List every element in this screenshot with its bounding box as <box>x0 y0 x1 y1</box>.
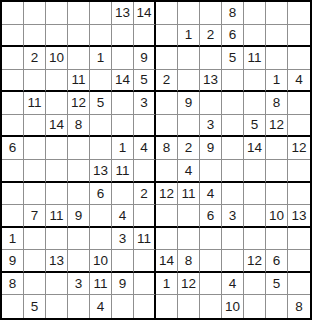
cell-r10c2: 7 <box>24 205 46 228</box>
cell-r4c5[interactable] <box>90 70 112 93</box>
cell-r11c12[interactable] <box>244 228 266 251</box>
cell-r5c11[interactable] <box>222 92 244 115</box>
cell-r6c13: 12 <box>266 115 288 138</box>
cell-r14c10[interactable] <box>200 295 222 318</box>
cell-r3c12: 11 <box>244 47 266 70</box>
cell-r1c3[interactable] <box>46 2 68 25</box>
cell-r14c5: 4 <box>90 295 112 318</box>
cell-r1c5[interactable] <box>90 2 112 25</box>
cell-r7c14: 12 <box>288 137 310 160</box>
cell-r10c10: 6 <box>200 205 222 228</box>
cell-r11c9[interactable] <box>178 228 200 251</box>
cell-r4c14: 4 <box>288 70 310 93</box>
cell-r2c14[interactable] <box>288 25 310 48</box>
cell-r9c1[interactable] <box>2 183 24 206</box>
cell-r4c3[interactable] <box>46 70 68 93</box>
cell-r13c14[interactable] <box>288 273 310 296</box>
cell-r2c12[interactable] <box>244 25 266 48</box>
cell-r10c8[interactable] <box>156 205 178 228</box>
cell-r10c6: 4 <box>112 205 134 228</box>
cell-r9c9: 11 <box>178 183 200 206</box>
cell-r4c8: 2 <box>156 70 178 93</box>
cell-r5c6[interactable] <box>112 92 134 115</box>
cell-r14c11: 10 <box>222 295 244 318</box>
cell-r4c7: 5 <box>134 70 156 93</box>
cell-r13c6: 9 <box>112 273 134 296</box>
cell-r8c1[interactable] <box>2 160 24 183</box>
cell-r7c6: 1 <box>112 137 134 160</box>
cell-r10c3: 11 <box>46 205 68 228</box>
cell-r5c5: 5 <box>90 92 112 115</box>
cell-r1c8[interactable] <box>156 2 178 25</box>
cell-r5c1[interactable] <box>2 92 24 115</box>
cell-r2c5[interactable] <box>90 25 112 48</box>
cell-r10c4: 9 <box>68 205 90 228</box>
cell-r14c6[interactable] <box>112 295 134 318</box>
cell-r2c3[interactable] <box>46 25 68 48</box>
cell-r5c9: 9 <box>178 92 200 115</box>
cell-r3c10[interactable] <box>200 47 222 70</box>
cell-r1c9[interactable] <box>178 2 200 25</box>
cell-r11c10[interactable] <box>200 228 222 251</box>
cell-r9c8: 12 <box>156 183 178 206</box>
cell-r14c4[interactable] <box>68 295 90 318</box>
cell-r5c12[interactable] <box>244 92 266 115</box>
cell-r7c1: 6 <box>2 137 24 160</box>
cell-r13c3[interactable] <box>46 273 68 296</box>
cell-r8c2[interactable] <box>24 160 46 183</box>
cell-r14c7[interactable] <box>134 295 156 318</box>
cell-r13c1: 8 <box>2 273 24 296</box>
cell-r4c6: 14 <box>112 70 134 93</box>
cell-r11c14[interactable] <box>288 228 310 251</box>
cell-r2c2[interactable] <box>24 25 46 48</box>
cell-r8c8[interactable] <box>156 160 178 183</box>
cell-r12c8: 14 <box>156 250 178 273</box>
cell-r2c9: 1 <box>178 25 200 48</box>
cell-r8c13[interactable] <box>266 160 288 183</box>
cell-r10c11: 3 <box>222 205 244 228</box>
cell-r14c1[interactable] <box>2 295 24 318</box>
cell-r3c6[interactable] <box>112 47 134 70</box>
cell-r1c11: 8 <box>222 2 244 25</box>
cell-r10c14: 13 <box>288 205 310 228</box>
cell-r12c5: 10 <box>90 250 112 273</box>
cell-r5c2: 11 <box>24 92 46 115</box>
cell-r14c9[interactable] <box>178 295 200 318</box>
cell-r11c2[interactable] <box>24 228 46 251</box>
cell-r11c7: 11 <box>134 228 156 251</box>
cell-r1c7: 14 <box>134 2 156 25</box>
cell-r6c7[interactable] <box>134 115 156 138</box>
cell-r10c9[interactable] <box>178 205 200 228</box>
cell-r8c5: 13 <box>90 160 112 183</box>
cell-r2c4[interactable] <box>68 25 90 48</box>
cell-r11c1: 1 <box>2 228 24 251</box>
cell-r9c3[interactable] <box>46 183 68 206</box>
cell-r14c14: 8 <box>288 295 310 318</box>
cell-r4c10: 13 <box>200 70 222 93</box>
cell-r13c8: 1 <box>156 273 178 296</box>
cell-r10c13: 10 <box>266 205 288 228</box>
cell-r7c2[interactable] <box>24 137 46 160</box>
cell-r12c14[interactable] <box>288 250 310 273</box>
cell-r12c13: 6 <box>266 250 288 273</box>
cell-r11c11[interactable] <box>222 228 244 251</box>
cell-r4c12[interactable] <box>244 70 266 93</box>
cell-r11c8[interactable] <box>156 228 178 251</box>
cell-r3c7: 9 <box>134 47 156 70</box>
cell-r3c1[interactable] <box>2 47 24 70</box>
cell-r6c1[interactable] <box>2 115 24 138</box>
cell-r13c11: 4 <box>222 273 244 296</box>
cell-r8c7[interactable] <box>134 160 156 183</box>
cell-r5c7: 3 <box>134 92 156 115</box>
cell-r11c3[interactable] <box>46 228 68 251</box>
cell-r12c10[interactable] <box>200 250 222 273</box>
cell-r3c13[interactable] <box>266 47 288 70</box>
cell-r8c6: 11 <box>112 160 134 183</box>
cell-r1c1[interactable] <box>2 2 24 25</box>
cell-r8c3[interactable] <box>46 160 68 183</box>
cell-r6c8[interactable] <box>156 115 178 138</box>
cell-r11c4[interactable] <box>68 228 90 251</box>
cell-r3c5: 1 <box>90 47 112 70</box>
cell-r8c10[interactable] <box>200 160 222 183</box>
cell-r8c12[interactable] <box>244 160 266 183</box>
cell-r2c13[interactable] <box>266 25 288 48</box>
cell-r14c13[interactable] <box>266 295 288 318</box>
cell-r4c1[interactable] <box>2 70 24 93</box>
cell-r13c13: 5 <box>266 273 288 296</box>
cell-r13c12[interactable] <box>244 273 266 296</box>
cell-r13c7[interactable] <box>134 273 156 296</box>
cell-r8c14[interactable] <box>288 160 310 183</box>
cell-r1c10[interactable] <box>200 2 222 25</box>
cell-r3c4[interactable] <box>68 47 90 70</box>
cell-r9c7: 2 <box>134 183 156 206</box>
cell-r12c12: 12 <box>244 250 266 273</box>
cell-r9c4[interactable] <box>68 183 90 206</box>
cell-r1c13[interactable] <box>266 2 288 25</box>
cell-r13c4: 3 <box>68 273 90 296</box>
cell-r1c6: 13 <box>112 2 134 25</box>
cell-r2c8[interactable] <box>156 25 178 48</box>
cell-r10c12[interactable] <box>244 205 266 228</box>
cell-r13c9: 12 <box>178 273 200 296</box>
cell-r9c2[interactable] <box>24 183 46 206</box>
cell-r7c9: 2 <box>178 137 200 160</box>
cell-r14c12[interactable] <box>244 295 266 318</box>
cell-r1c12[interactable] <box>244 2 266 25</box>
sudoku-board: 1314812621019511111452131411125398148351… <box>0 0 312 320</box>
cell-r6c2[interactable] <box>24 115 46 138</box>
cell-r7c13[interactable] <box>266 137 288 160</box>
cell-r1c2[interactable] <box>24 2 46 25</box>
cell-r4c13: 1 <box>266 70 288 93</box>
cell-r12c7[interactable] <box>134 250 156 273</box>
cell-r11c13[interactable] <box>266 228 288 251</box>
cell-r6c9[interactable] <box>178 115 200 138</box>
cell-r4c9[interactable] <box>178 70 200 93</box>
cell-r6c10: 3 <box>200 115 222 138</box>
cell-r10c1[interactable] <box>2 205 24 228</box>
cell-r12c2[interactable] <box>24 250 46 273</box>
cell-r7c4[interactable] <box>68 137 90 160</box>
cell-r3c2: 2 <box>24 47 46 70</box>
cell-r6c3: 14 <box>46 115 68 138</box>
cell-r5c14[interactable] <box>288 92 310 115</box>
cell-r3c11: 5 <box>222 47 244 70</box>
cell-r6c6[interactable] <box>112 115 134 138</box>
cell-r3c8[interactable] <box>156 47 178 70</box>
cell-r13c5: 11 <box>90 273 112 296</box>
cell-r12c6[interactable] <box>112 250 134 273</box>
cell-r3c9[interactable] <box>178 47 200 70</box>
cell-r2c10: 2 <box>200 25 222 48</box>
cell-r7c12: 14 <box>244 137 266 160</box>
cell-r7c8: 8 <box>156 137 178 160</box>
cell-r5c10[interactable] <box>200 92 222 115</box>
cell-r12c1: 9 <box>2 250 24 273</box>
cell-r13c10[interactable] <box>200 273 222 296</box>
cell-r2c1[interactable] <box>2 25 24 48</box>
cell-r4c2[interactable] <box>24 70 46 93</box>
cell-r11c5[interactable] <box>90 228 112 251</box>
cell-r5c8[interactable] <box>156 92 178 115</box>
cell-r5c13: 8 <box>266 92 288 115</box>
cell-r1c14[interactable] <box>288 2 310 25</box>
cell-r8c4[interactable] <box>68 160 90 183</box>
cell-r7c7: 4 <box>134 137 156 160</box>
cell-r2c11: 6 <box>222 25 244 48</box>
cell-r11c6: 3 <box>112 228 134 251</box>
cell-r5c4: 12 <box>68 92 90 115</box>
cell-r12c9: 8 <box>178 250 200 273</box>
cell-r3c14[interactable] <box>288 47 310 70</box>
cell-r1c4[interactable] <box>68 2 90 25</box>
cell-r6c11[interactable] <box>222 115 244 138</box>
cell-r9c10: 4 <box>200 183 222 206</box>
cell-r3c3: 10 <box>46 47 68 70</box>
cell-r2c6[interactable] <box>112 25 134 48</box>
cell-r10c5[interactable] <box>90 205 112 228</box>
cell-r4c11[interactable] <box>222 70 244 93</box>
cell-r8c11[interactable] <box>222 160 244 183</box>
cell-r9c5: 6 <box>90 183 112 206</box>
cell-r12c3: 13 <box>46 250 68 273</box>
cell-r6c14[interactable] <box>288 115 310 138</box>
cell-r14c8[interactable] <box>156 295 178 318</box>
cell-r6c4: 8 <box>68 115 90 138</box>
cell-r12c11[interactable] <box>222 250 244 273</box>
cell-r6c12: 5 <box>244 115 266 138</box>
cell-r9c11[interactable] <box>222 183 244 206</box>
cell-r14c2: 5 <box>24 295 46 318</box>
cell-r2c7[interactable] <box>134 25 156 48</box>
cell-r12c4[interactable] <box>68 250 90 273</box>
cell-r7c3[interactable] <box>46 137 68 160</box>
cell-r14c3[interactable] <box>46 295 68 318</box>
cell-r9c12[interactable] <box>244 183 266 206</box>
cell-r9c14[interactable] <box>288 183 310 206</box>
cell-r4c4: 11 <box>68 70 90 93</box>
cell-r13c2[interactable] <box>24 273 46 296</box>
cell-r7c10: 9 <box>200 137 222 160</box>
cell-r7c5[interactable] <box>90 137 112 160</box>
cell-r9c13[interactable] <box>266 183 288 206</box>
cell-r8c9: 4 <box>178 160 200 183</box>
cell-r5c3[interactable] <box>46 92 68 115</box>
cell-r7c11[interactable] <box>222 137 244 160</box>
cell-r10c7[interactable] <box>134 205 156 228</box>
cell-r9c6[interactable] <box>112 183 134 206</box>
cell-r6c5[interactable] <box>90 115 112 138</box>
